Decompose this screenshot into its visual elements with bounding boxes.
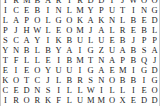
grid-cell[interactable]: B	[128, 15, 139, 25]
grid-cell[interactable]: A	[64, 45, 75, 55]
grid-cell[interactable]: S	[85, 75, 96, 85]
grid-cell[interactable]: U	[96, 35, 107, 45]
grid-cell[interactable]: L	[21, 55, 32, 65]
grid-cell[interactable]: I	[53, 55, 64, 65]
grid-cell[interactable]: B	[43, 45, 54, 55]
grid-cell[interactable]: E	[53, 25, 64, 35]
grid-cell[interactable]: U	[53, 65, 64, 75]
grid-cell[interactable]: A	[85, 15, 96, 25]
grid-cell[interactable]: K	[0, 75, 11, 85]
grid-cell[interactable]: M	[75, 55, 86, 65]
grid-cell[interactable]: P	[96, 5, 107, 15]
grid-cell[interactable]: B	[117, 75, 128, 85]
grid-cell[interactable]: O	[32, 15, 43, 25]
grid-cell[interactable]: N	[96, 75, 107, 85]
grid-cell[interactable]: N	[53, 5, 64, 15]
grid-cell[interactable]: E	[0, 65, 11, 75]
grid-cell[interactable]: E	[128, 25, 139, 35]
grid-cell[interactable]: J	[128, 35, 139, 45]
grid-cell[interactable]: I	[0, 5, 11, 15]
grid-cell[interactable]: N	[107, 15, 118, 25]
grid-cell[interactable]: M	[117, 65, 128, 75]
grid-cell[interactable]: L	[64, 95, 75, 105]
grid-cell[interactable]: C	[11, 5, 22, 15]
grid-cell[interactable]: L	[32, 55, 43, 65]
grid-cell[interactable]: B	[21, 45, 32, 55]
grid-cell[interactable]: N	[96, 55, 107, 65]
grid-cell[interactable]: E	[21, 5, 32, 15]
grid-cell[interactable]: L	[43, 25, 54, 35]
grid-cell[interactable]: C	[32, 75, 43, 85]
grid-cell[interactable]: I	[11, 65, 22, 75]
grid-cell[interactable]: B	[128, 55, 139, 65]
grid-cell[interactable]: T	[21, 75, 32, 85]
grid-cell[interactable]: N	[11, 45, 22, 55]
grid-cell[interactable]: M	[96, 95, 107, 105]
grid-cell[interactable]: L	[107, 85, 118, 95]
grid-cell[interactable]: I	[43, 5, 54, 15]
grid-cell[interactable]: G	[139, 65, 150, 75]
grid-cell[interactable]: F	[53, 95, 64, 105]
grid-cell[interactable]: I	[139, 75, 150, 85]
grid-cell[interactable]: R	[11, 95, 22, 105]
grid-cell[interactable]: A	[107, 55, 118, 65]
grid-cell[interactable]: T	[0, 55, 11, 65]
grid-cell[interactable]: E	[43, 55, 54, 65]
grid-cell[interactable]: U	[107, 5, 118, 15]
grid-cell[interactable]: U	[75, 35, 86, 45]
grid-cell[interactable]: H	[21, 25, 32, 35]
grid-cell[interactable]: S	[139, 45, 150, 55]
word-search-board: TRMBARIRDDIJWOOICEBINLMYPUTINGLAPOLGOKAK…	[0, 0, 160, 106]
grid-cell[interactable]: O	[64, 25, 75, 35]
grid-cell[interactable]: G	[53, 15, 64, 25]
grid-cell[interactable]: M	[75, 5, 86, 15]
grid-cell[interactable]: P	[21, 15, 32, 25]
grid-cell[interactable]: C	[11, 35, 22, 45]
grid-cell[interactable]: B	[117, 35, 128, 45]
grid-cell[interactable]: K	[96, 15, 107, 25]
grid-cell[interactable]: E	[139, 15, 150, 25]
grid-cell[interactable]: A	[117, 45, 128, 55]
grid-cell[interactable]: W	[32, 25, 43, 35]
grid-cell[interactable]: R	[117, 25, 128, 35]
grid-cell[interactable]: I	[96, 85, 107, 95]
grid-cell[interactable]: M	[75, 25, 86, 35]
grid-cell[interactable]: K	[75, 15, 86, 25]
grid-cell[interactable]: B	[64, 35, 75, 45]
grid-cell[interactable]: I	[75, 45, 86, 55]
grid-cell[interactable]: R	[75, 75, 86, 85]
grid-cell[interactable]: I	[128, 65, 139, 75]
board-right-border	[159, 0, 160, 106]
grid-cell[interactable]: G	[85, 65, 96, 75]
grid-cell[interactable]: P	[139, 35, 150, 45]
grid-cell[interactable]: B	[64, 75, 75, 85]
grid-cell[interactable]: O	[21, 95, 32, 105]
grid-cell[interactable]: E	[128, 95, 139, 105]
grid-cell[interactable]: L	[64, 85, 75, 95]
grid-cell[interactable]: K	[43, 95, 54, 105]
grid-cell[interactable]: L	[0, 15, 11, 25]
grid-cell[interactable]: P	[117, 55, 128, 65]
grid-cell[interactable]: E	[107, 65, 118, 75]
grid-cell[interactable]: B	[128, 75, 139, 85]
grid-cell[interactable]: Q	[139, 55, 150, 65]
grid-cell[interactable]: L	[32, 45, 43, 55]
grid-cell[interactable]: U	[64, 65, 75, 75]
grid-cell[interactable]: B	[128, 45, 139, 55]
grid-cell[interactable]: P	[0, 25, 11, 35]
grid-cell[interactable]: I	[128, 85, 139, 95]
grid-cell[interactable]: K	[53, 35, 64, 45]
grid-cell[interactable]: E	[139, 85, 150, 95]
grid-cell[interactable]: J	[11, 25, 22, 35]
grid-cell[interactable]: G	[85, 45, 96, 55]
grid-cell[interactable]: S	[0, 35, 11, 45]
grid-cell[interactable]: A	[96, 65, 107, 75]
grid-cell[interactable]: N	[32, 85, 43, 95]
grid-cell[interactable]: M	[85, 95, 96, 105]
grid-cell[interactable]: B	[139, 25, 150, 35]
grid-cell[interactable]: E	[107, 35, 118, 45]
grid-cell[interactable]: L	[107, 25, 118, 35]
grid-cell[interactable]: L	[43, 15, 54, 25]
grid-cell[interactable]: A	[11, 15, 22, 25]
grid-cell[interactable]: A	[96, 25, 107, 35]
grid-cell[interactable]: O	[64, 15, 75, 25]
grid-cell[interactable]: J	[43, 75, 54, 85]
grid-cell[interactable]: N	[139, 5, 150, 15]
grid-cell[interactable]: T	[85, 55, 96, 65]
grid-cell[interactable]: B	[32, 5, 43, 15]
grid-cell[interactable]: X	[117, 95, 128, 105]
grid-cell[interactable]: Y	[43, 65, 54, 75]
grid-cell[interactable]: L	[117, 85, 128, 95]
grid-cell[interactable]: I	[0, 95, 11, 105]
grid-cell[interactable]: I	[75, 65, 86, 75]
grid-cell[interactable]: L	[85, 35, 96, 45]
board-left-border	[0, 0, 1, 106]
grid-cell[interactable]: R	[32, 95, 43, 105]
grid-cell[interactable]: I	[128, 5, 139, 15]
grid-cell[interactable]: E	[21, 65, 32, 75]
grid-cell[interactable]: E	[11, 85, 22, 95]
grid-cell[interactable]: D	[21, 85, 32, 95]
grid-cell[interactable]: W	[85, 85, 96, 95]
grid-cell[interactable]: Y	[0, 45, 11, 55]
grid-cell[interactable]: C	[0, 85, 11, 95]
grid-cell[interactable]: I	[43, 35, 54, 45]
grid-cell[interactable]: O	[32, 65, 43, 75]
grid-cell[interactable]: D	[139, 95, 150, 105]
grid-cell[interactable]: F	[11, 55, 22, 65]
grid-cell[interactable]: Y	[53, 45, 64, 55]
grid-cell[interactable]: U	[107, 45, 118, 55]
grid-cell[interactable]: O	[11, 75, 22, 85]
letter-grid: TRMBARIRDDIJWOOICEBINLMYPUTINGLAPOLGOKAK…	[0, 0, 160, 105]
grid-cell[interactable]: O	[107, 95, 118, 105]
grid-cell[interactable]: L	[75, 85, 86, 95]
grid-cell[interactable]: B	[64, 55, 75, 65]
grid-cell[interactable]: Y	[85, 5, 96, 15]
grid-cell[interactable]: S	[43, 85, 54, 95]
grid-cell[interactable]: O	[107, 75, 118, 85]
grid-cell[interactable]: J	[85, 25, 96, 35]
grid-cell[interactable]: I	[53, 85, 64, 95]
grid-cell[interactable]: L	[53, 75, 64, 85]
grid-cell[interactable]: A	[21, 35, 32, 45]
grid-cell[interactable]: L	[117, 15, 128, 25]
grid-cell[interactable]: U	[75, 95, 86, 105]
grid-cell[interactable]: T	[117, 5, 128, 15]
grid-cell[interactable]: Z	[96, 45, 107, 55]
grid-cell[interactable]: L	[64, 5, 75, 15]
grid-cell[interactable]: Y	[32, 35, 43, 45]
